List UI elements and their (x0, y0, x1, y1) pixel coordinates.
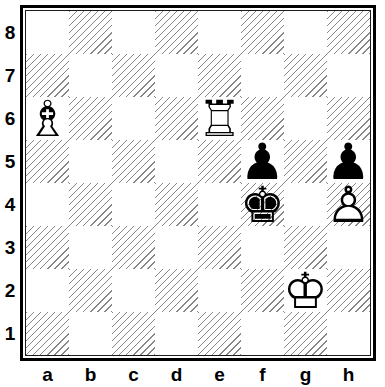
square-f8[interactable] (241, 11, 284, 54)
file-label-h: h (327, 362, 370, 387)
square-d4[interactable] (155, 183, 198, 226)
file-label-f: f (241, 362, 284, 387)
square-d3[interactable] (155, 226, 198, 269)
square-b5[interactable] (69, 140, 112, 183)
rank-label-2: 2 (0, 269, 20, 312)
rank-label-8: 8 (0, 11, 20, 54)
square-f2[interactable] (241, 269, 284, 312)
square-g8[interactable] (284, 11, 327, 54)
square-g4[interactable] (284, 183, 327, 226)
square-f3[interactable] (241, 226, 284, 269)
board-inner-border: ♝♗♜♖♟♟♚♟♙♚♔ (25, 10, 371, 356)
white-rook[interactable]: ♜♖ (198, 97, 241, 140)
square-b6[interactable] (69, 97, 112, 140)
square-g1[interactable] (284, 312, 327, 355)
square-d6[interactable] (155, 97, 198, 140)
square-e1[interactable] (198, 312, 241, 355)
square-c7[interactable] (112, 54, 155, 97)
chess-board: ♝♗♜♖♟♟♚♟♙♚♔ (26, 11, 370, 355)
square-b7[interactable] (69, 54, 112, 97)
white-king[interactable]: ♚♔ (284, 269, 327, 312)
white-bishop[interactable]: ♝♗ (26, 97, 69, 140)
square-h4[interactable]: ♟♙ (327, 183, 370, 226)
square-a3[interactable] (26, 226, 69, 269)
square-g6[interactable] (284, 97, 327, 140)
white-pawn-glyph: ♙ (326, 180, 371, 230)
square-c2[interactable] (112, 269, 155, 312)
square-b1[interactable] (69, 312, 112, 355)
square-c3[interactable] (112, 226, 155, 269)
square-c1[interactable] (112, 312, 155, 355)
square-b3[interactable] (69, 226, 112, 269)
square-c8[interactable] (112, 11, 155, 54)
rank-label-7: 7 (0, 54, 20, 97)
square-a4[interactable] (26, 183, 69, 226)
square-g7[interactable] (284, 54, 327, 97)
square-f1[interactable] (241, 312, 284, 355)
square-d1[interactable] (155, 312, 198, 355)
square-a6[interactable]: ♝♗ (26, 97, 69, 140)
square-h2[interactable] (327, 269, 370, 312)
board-frame: ♝♗♜♖♟♟♚♟♙♚♔ (20, 5, 376, 361)
square-b4[interactable] (69, 183, 112, 226)
chess-diagram: 87654321 ♝♗♜♖♟♟♚♟♙♚♔ abcdefgh (0, 0, 385, 387)
square-d5[interactable] (155, 140, 198, 183)
square-h8[interactable] (327, 11, 370, 54)
file-label-c: c (112, 362, 155, 387)
file-label-e: e (198, 362, 241, 387)
square-d2[interactable] (155, 269, 198, 312)
black-king-glyph: ♚ (240, 180, 285, 230)
square-e4[interactable] (198, 183, 241, 226)
rank-label-1: 1 (0, 312, 20, 355)
rank-label-3: 3 (0, 226, 20, 269)
white-rook-glyph: ♖ (197, 94, 242, 144)
square-a5[interactable] (26, 140, 69, 183)
square-h1[interactable] (327, 312, 370, 355)
rank-label-4: 4 (0, 183, 20, 226)
white-pawn[interactable]: ♟♙ (327, 183, 370, 226)
white-king-glyph: ♔ (283, 266, 328, 316)
square-c4[interactable] (112, 183, 155, 226)
file-label-d: d (155, 362, 198, 387)
square-b2[interactable] (69, 269, 112, 312)
square-g5[interactable] (284, 140, 327, 183)
square-e5[interactable] (198, 140, 241, 183)
rank-label-6: 6 (0, 97, 20, 140)
file-label-b: b (69, 362, 112, 387)
square-d8[interactable] (155, 11, 198, 54)
square-a1[interactable] (26, 312, 69, 355)
square-c5[interactable] (112, 140, 155, 183)
square-f4[interactable]: ♚ (241, 183, 284, 226)
square-a2[interactable] (26, 269, 69, 312)
file-label-a: a (26, 362, 69, 387)
file-label-g: g (284, 362, 327, 387)
rank-label-5: 5 (0, 140, 20, 183)
square-c6[interactable] (112, 97, 155, 140)
square-h3[interactable] (327, 226, 370, 269)
square-h7[interactable] (327, 54, 370, 97)
square-e8[interactable] (198, 11, 241, 54)
square-f7[interactable] (241, 54, 284, 97)
square-g2[interactable]: ♚♔ (284, 269, 327, 312)
square-e6[interactable]: ♜♖ (198, 97, 241, 140)
black-king[interactable]: ♚ (241, 183, 284, 226)
square-d7[interactable] (155, 54, 198, 97)
square-a8[interactable] (26, 11, 69, 54)
square-e3[interactable] (198, 226, 241, 269)
square-e2[interactable] (198, 269, 241, 312)
file-labels: abcdefgh (26, 362, 370, 387)
square-b8[interactable] (69, 11, 112, 54)
rank-labels: 87654321 (0, 11, 20, 355)
white-bishop-glyph: ♗ (25, 94, 70, 144)
